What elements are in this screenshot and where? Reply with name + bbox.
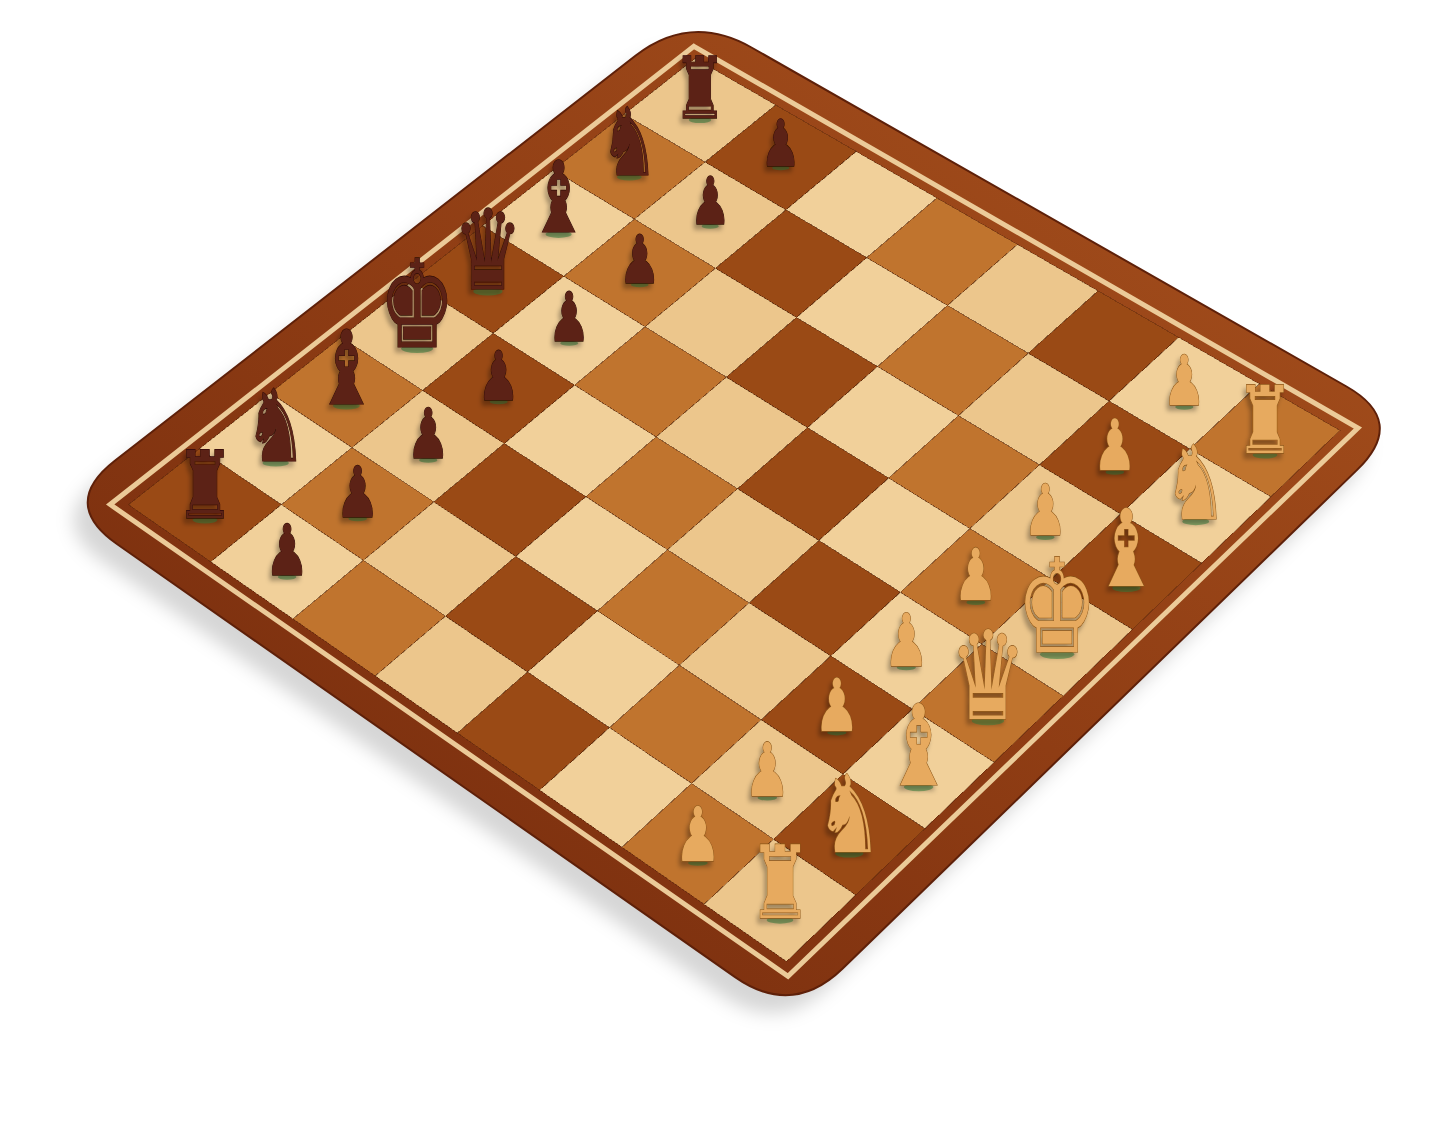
piece-black-king-e8[interactable]: ♚ — [379, 233, 455, 376]
piece-white-pawn-e2[interactable]: ♟ — [883, 597, 929, 683]
piece-black-knight-b8[interactable]: ♞ — [600, 88, 659, 197]
piece-white-pawn-a2[interactable]: ♟ — [1163, 340, 1206, 421]
piece-black-pawn-d7[interactable]: ♟ — [548, 277, 591, 357]
piece-black-pawn-b7[interactable]: ♟ — [690, 163, 731, 240]
piece-black-pawn-a7[interactable]: ♟ — [761, 106, 801, 181]
piece-white-bishop-c1[interactable]: ♝ — [1093, 486, 1160, 611]
piece-black-rook-h8[interactable]: ♜ — [176, 431, 235, 540]
piece-white-bishop-f1[interactable]: ♝ — [884, 681, 954, 812]
piece-white-knight-g1[interactable]: ♞ — [816, 752, 883, 877]
piece-black-pawn-f7[interactable]: ♟ — [406, 393, 449, 474]
piece-black-bishop-f8[interactable]: ♝ — [314, 309, 378, 429]
piece-white-rook-a1[interactable]: ♜ — [1236, 366, 1295, 475]
piece-black-bishop-c8[interactable]: ♝ — [528, 141, 590, 256]
piece-white-pawn-f2[interactable]: ♟ — [814, 662, 860, 748]
piece-black-pawn-e7[interactable]: ♟ — [477, 336, 520, 416]
piece-black-pawn-h7[interactable]: ♟ — [265, 509, 309, 591]
chessboard: ♜♞♟♝♟♛♟♚♟♝♟♞♟♟♜♟♟♜♟♟♞♟♝♟♚♟♛♟♝♟♞♜ — [0, 0, 1445, 1139]
piece-white-queen-e1[interactable]: ♛ — [949, 604, 1026, 748]
piece-white-king-d1[interactable]: ♚ — [1016, 532, 1098, 684]
piece-black-queen-d8[interactable]: ♛ — [453, 186, 522, 316]
piece-black-pawn-g7[interactable]: ♟ — [336, 451, 380, 533]
piece-white-pawn-g2[interactable]: ♟ — [744, 726, 790, 813]
piece-white-pawn-h2[interactable]: ♟ — [674, 790, 721, 878]
piece-black-knight-g8[interactable]: ♞ — [244, 368, 306, 484]
piece-black-rook-a8[interactable]: ♜ — [673, 39, 726, 138]
photo-stage: ♜♞♟♝♟♛♟♚♟♝♟♞♟♟♜♟♟♜♟♟♞♟♝♟♚♟♛♟♝♟♞♜ — [0, 0, 1445, 1139]
piece-white-rook-h1[interactable]: ♜ — [748, 824, 811, 942]
piece-white-knight-b1[interactable]: ♞ — [1164, 424, 1228, 544]
piece-white-pawn-b2[interactable]: ♟ — [1093, 404, 1137, 486]
piece-black-pawn-c7[interactable]: ♟ — [619, 220, 661, 299]
